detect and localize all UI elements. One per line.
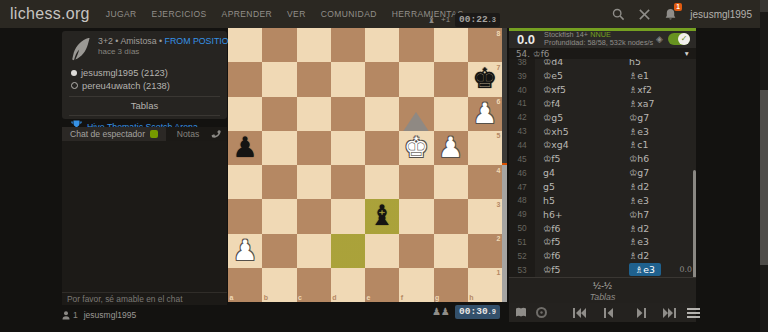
square-h1[interactable]: h1 [468,268,502,302]
black-move-38[interactable]: h5 [621,59,696,67]
tab-spectator-chat[interactable]: Chat de espectador [62,127,166,141]
square-b6[interactable] [262,97,296,131]
square-b4[interactable] [262,165,296,199]
square-a5[interactable]: ♟ [228,131,262,165]
square-g5[interactable]: ♟ [434,131,468,165]
chat-room-toggle[interactable] [150,130,158,138]
square-b7[interactable] [262,62,296,96]
move-number: 40 [509,83,535,97]
white-move-49[interactable]: h6+ [535,209,621,220]
square-f6[interactable] [399,97,433,131]
square-d7[interactable] [331,62,365,96]
challenges-icon[interactable] [638,8,651,21]
white-move-47[interactable]: g5 [535,181,621,192]
square-e5[interactable] [365,131,399,165]
piece-wP-g5[interactable]: ♟ [434,131,468,165]
rank-label-7: 7 [497,64,501,71]
square-b5[interactable] [262,131,296,165]
nav-first-icon[interactable] [573,308,586,318]
from-position-link[interactable]: FROM POSITION [165,36,235,46]
square-b2[interactable] [262,234,296,268]
black-player[interactable]: pereu4uwatch (2138) [71,80,218,93]
move-number: 51 [509,235,535,249]
black-move-41[interactable]: ♗xa7 [621,98,696,109]
square-c4[interactable] [297,165,331,199]
square-g6[interactable] [434,97,468,131]
square-f7[interactable] [399,62,433,96]
black-move-50[interactable]: ♗d2 [621,223,696,234]
square-h6[interactable]: 6♟ [468,97,502,131]
menu-item-jugar[interactable]: JUGAR [106,9,137,19]
file-label-c: c [298,294,302,301]
black-move-47[interactable]: ♗d2 [621,181,696,192]
menu-item-ejercicios[interactable]: EJERCICIOS [152,9,207,19]
result-label: Tablas [509,292,696,302]
move-row-52: 52♔f6♗d2 [509,249,696,263]
square-e6[interactable] [365,97,399,131]
square-a4[interactable] [228,165,262,199]
square-a2[interactable]: ♟ [228,234,262,268]
square-h8[interactable]: 8 [468,28,502,62]
black-clock-row: ♝ +1 00:22.3 [427,13,500,27]
square-b8[interactable] [262,28,296,62]
move-number: 52 [509,249,535,263]
search-icon[interactable] [612,8,625,21]
scrollbar-up-arrow[interactable] [760,0,768,12]
white-move-41[interactable]: ♔f4 [535,98,621,109]
white-move-45[interactable]: ♔f5 [535,153,621,164]
black-move-51[interactable]: ♗e3 [621,236,696,247]
control-bar [509,303,696,322]
move-number: 42 [509,110,535,124]
black-captured-material: ♝ [427,15,436,25]
piece-wP-a2[interactable]: ♟ [228,234,262,268]
square-f3[interactable] [399,199,433,233]
square-d6[interactable] [331,97,365,131]
navbar-right: 1 jesusmgl1995 [612,8,768,21]
square-c3[interactable] [297,199,331,233]
square-g8[interactable] [434,28,468,62]
white-move-46[interactable]: g4 [535,167,621,178]
chess-board: 87♚6♟♟♚♟54♝3♟2abcdefgh1 [228,28,502,302]
square-f1[interactable]: f [399,268,433,302]
white-color-icon [71,70,77,76]
square-g4[interactable] [434,165,468,199]
white-move-39[interactable]: ♔e5 [535,70,621,81]
move-number: 53 [509,263,535,277]
result-link[interactable]: Tablas [71,100,218,111]
square-e3[interactable]: ♝ [365,199,399,233]
black-move-46[interactable]: ♔g7 [621,167,696,178]
rank-label-6: 6 [497,98,501,105]
eval-gauge-white [502,165,507,302]
move-number: 47 [509,180,535,194]
menu-hamburger-icon[interactable] [687,308,700,318]
black-move-52[interactable]: ♗d2 [621,250,696,261]
menu-item-comunidad[interactable]: COMUNIDAD [321,9,377,19]
square-a1[interactable]: a [228,268,262,302]
rank-label-5: 5 [497,132,501,139]
notification-badge: 1 [674,3,683,12]
square-f8[interactable] [399,28,433,62]
white-move-43[interactable]: ♔xh5 [535,126,621,137]
lichess-logo[interactable]: lichess.org [10,5,90,23]
move-number: 38 [509,59,535,69]
square-g2[interactable] [434,234,468,268]
file-label-e: e [367,294,371,301]
move-number: 39 [509,69,535,83]
white-move-40[interactable]: ♔xf5 [535,84,621,95]
pv-expand-icon[interactable]: ▼ [684,50,690,57]
white-captured-material: ♟♟ [432,307,450,317]
file-label-f: f [401,294,403,301]
black-move-48[interactable]: ♗e3 [621,195,696,206]
nav-last-icon[interactable] [663,308,676,318]
move-row-48: 48h5♗e3 [509,193,696,207]
square-f2[interactable] [399,234,433,268]
black-move-49[interactable]: ♔h7 [621,209,696,220]
square-c6[interactable] [297,97,331,131]
game-time-ago: hace 3 días [98,47,235,57]
square-h3[interactable]: 3 [468,199,502,233]
quill-icon [71,37,91,62]
black-move-45[interactable]: ♔h6 [621,153,696,164]
square-d5[interactable] [331,131,365,165]
move-number: 44 [509,138,535,152]
square-d3[interactable] [331,199,365,233]
white-clock: 00:30.9 [455,305,500,319]
engine-toggle-check: ✓ [678,33,690,45]
piece-wK-f5[interactable]: ♚ [399,131,433,165]
rank-label-1: 1 [497,269,501,276]
white-move-50[interactable]: ♔f6 [535,223,621,234]
result-score: ½-½ [509,280,696,291]
square-f4[interactable] [399,165,433,199]
square-g3[interactable] [434,199,468,233]
analysis-panel: 0.0 Stockfish 14+ NNUE Profundidad: 58/5… [509,28,696,322]
file-label-a: a [230,294,234,301]
black-move-43[interactable]: ♗e3 [621,126,696,137]
square-a7[interactable] [228,62,262,96]
move-number: 46 [509,166,535,180]
square-e1[interactable]: e [365,268,399,302]
white-move-53[interactable]: ♔f5 [535,264,621,275]
square-e4[interactable] [365,165,399,199]
move-number: 48 [509,193,535,207]
white-clock-row: ♟♟ 00:30.9 [432,305,500,319]
result-footer: ½-½ Tablas [509,277,696,303]
move-number: 49 [509,207,535,221]
page-scrollbar[interactable] [760,0,768,332]
eval-gauge-zero-tick [502,163,507,165]
rank-label-3: 3 [497,201,501,208]
move-row-47: 47g5♗d2 [509,180,696,194]
menu-item-ver[interactable]: VER [287,9,306,19]
square-a6[interactable] [228,97,262,131]
move-row-49: 49h6+♔h7 [509,207,696,221]
square-c7[interactable] [297,62,331,96]
spectator-username[interactable]: jesusmgl1995 [84,310,136,320]
engine-arrow-icon [402,112,430,133]
white-move-44[interactable]: ♔xg4 [535,139,621,150]
move-number: 43 [509,124,535,138]
move-row-38: 38♔d4h5 [509,59,696,69]
square-g1[interactable]: g [434,268,468,302]
black-color-icon [71,82,78,89]
navbar-username[interactable]: jesusmgl1995 [690,9,752,20]
white-player[interactable]: jesusmgl1995 (2123) [71,67,218,80]
spectator-icon [62,311,70,320]
square-b3[interactable] [262,199,296,233]
move-list: 38♔d4h539♔e5♗e140♔xf5♗xf241♔f4♗xa742♔g5♔… [509,59,696,277]
chat-tab-bar: Chat de espectador Notas [62,127,227,141]
top-navbar: lichess.org JUGAREJERCICIOSAPRENDERVERCO… [0,0,768,28]
move-row-44: 44♔xg4♗c1 [509,138,696,152]
move-row-40: 40♔xf5♗xf2 [509,83,696,97]
square-c5[interactable] [297,131,331,165]
spectator-count: 1 [73,310,78,320]
move-row-50: 50♔f6♗d2 [509,221,696,235]
black-move-40[interactable]: ♗xf2 [621,84,696,95]
engine-toggle[interactable]: ✓ [668,33,690,45]
chat-messages[interactable] [62,141,227,292]
move-row-51: 51♔f5♗e3 [509,235,696,249]
white-move-51[interactable]: ♔f5 [535,236,621,247]
square-d2[interactable] [331,234,365,268]
move-rows: 38♔d4h539♔e5♗e140♔xf5♗xf241♔f4♗xa742♔g5♔… [509,59,696,277]
move-row-45: 45♔f5♔h6 [509,152,696,166]
square-c1[interactable]: c [297,268,331,302]
tab-notes[interactable]: Notas [166,129,210,139]
file-label-h: h [469,294,473,301]
move-row-39: 39♔e5♗e1 [509,69,696,83]
move-row-41: 41♔f4♗xa7 [509,97,696,111]
nav-next-icon[interactable] [637,308,646,318]
file-label-g: g [435,294,439,301]
explorer-book-icon[interactable] [515,307,527,318]
black-move-44[interactable]: ♗c1 [621,139,696,150]
square-d1[interactable]: d [331,268,365,302]
move-number: 41 [509,97,535,111]
engine-settings-icon[interactable]: ◈ [656,34,663,44]
black-clock: 00:22.3 [455,13,500,27]
square-d4[interactable] [331,165,365,199]
phone-icon[interactable] [210,129,221,140]
piece-bP-a5[interactable]: ♟ [228,131,262,165]
square-c2[interactable] [297,234,331,268]
square-a3[interactable] [228,199,262,233]
rank-label-8: 8 [497,30,501,37]
menu-item-aprender[interactable]: APRENDER [222,9,272,19]
square-a8[interactable] [228,28,262,62]
square-e7[interactable] [365,62,399,96]
square-g7[interactable] [434,62,468,96]
black-move-39[interactable]: ♗e1 [621,70,696,81]
square-c8[interactable] [297,28,331,62]
main-menu: JUGAREJERCICIOSAPRENDERVERCOMUNIDADHERRA… [106,9,464,19]
rank-label-2: 2 [497,235,501,242]
square-f5[interactable]: ♚ [399,131,433,165]
engine-depth: Profundidad: 58/58, 532k nodes/s [544,39,653,47]
white-move-52[interactable]: ♔f6 [535,250,621,261]
move-number: 45 [509,152,535,166]
move-number: 50 [509,221,535,235]
game-meta-box: 3+2 • Amistosa • FROM POSITION hace 3 dí… [62,31,227,119]
rank-label-4: 4 [497,167,501,174]
square-d8[interactable] [331,28,365,62]
move-row-43: 43♔xh5♗e3 [509,124,696,138]
square-h2[interactable]: 2 [468,234,502,268]
square-e2[interactable] [365,234,399,268]
current-move[interactable]: ♗e3 [629,263,661,276]
move-row-53: 53♔f5♗e30.0 [509,263,696,277]
game-setup: 3+2 • Amistosa • FROM POSITION [98,36,235,47]
white-move-38[interactable]: ♔d4 [535,59,621,67]
square-h7[interactable]: 7♚ [468,62,502,96]
move-eval: 0.0 [680,265,692,274]
scrollbar-thumb[interactable] [760,90,768,265]
chat-input[interactable]: Por favor, sé amable en el chat [62,292,227,305]
practice-circle-icon[interactable] [536,307,547,318]
eval-gauge [502,28,507,302]
square-b1[interactable]: b [262,268,296,302]
square-e8[interactable] [365,28,399,62]
square-h4[interactable]: 4 [468,165,502,199]
black-move-42[interactable]: ♔g7 [621,112,696,123]
engine-best-line-row[interactable]: 54. ♔f6 ▼ [509,48,696,59]
piece-bB-e3[interactable]: ♝ [365,199,399,233]
white-move-48[interactable]: h5 [535,195,621,206]
divider [69,96,220,97]
black-material-advantage: +1 [441,15,450,24]
file-label-b: b [264,294,268,301]
nav-prev-icon[interactable] [604,308,613,318]
engine-eval: 0.0 [517,32,535,47]
notifications[interactable]: 1 [664,8,677,21]
piece-wP-h6[interactable]: ♟ [468,97,502,131]
engine-header: 0.0 Stockfish 14+ NNUE Profundidad: 58/5… [509,31,696,49]
spectator-list: 1 jesusmgl1995 [62,310,136,320]
black-move-53[interactable]: ♗e30.0 [621,263,696,276]
move-row-46: 46g4♔g7 [509,166,696,180]
piece-bK-h7[interactable]: ♚ [468,62,502,96]
move-row-42: 42♔g5♔g7 [509,110,696,124]
file-label-d: d [332,294,336,301]
divider [69,115,220,116]
engine-best-line: 54. ♔f6 [516,49,549,59]
square-h5[interactable]: 5 [468,131,502,165]
chat-placeholder: Por favor, sé amable en el chat [62,294,182,304]
lichess-app: lichess.org JUGAREJERCICIOSAPRENDERVERCO… [0,0,768,332]
white-move-42[interactable]: ♔g5 [535,112,621,123]
